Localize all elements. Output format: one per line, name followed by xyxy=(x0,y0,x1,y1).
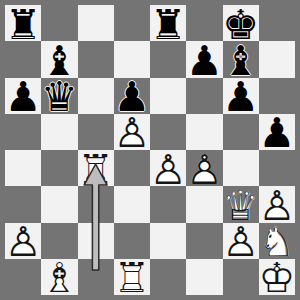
piece-black-pawn: ♟ xyxy=(186,41,223,82)
square-c6[interactable] xyxy=(78,78,114,114)
square-h1[interactable]: ♚♔ xyxy=(259,259,295,295)
square-b1[interactable]: ♝♗ xyxy=(41,259,77,295)
piece-white-pawn: ♟♙ xyxy=(114,113,151,154)
square-f5[interactable] xyxy=(186,114,222,150)
square-d1[interactable]: ♜♖ xyxy=(114,259,150,295)
square-c7[interactable] xyxy=(78,41,114,77)
square-b7[interactable]: ♝ xyxy=(41,41,77,77)
square-f7[interactable]: ♟ xyxy=(186,41,222,77)
square-g6[interactable]: ♟ xyxy=(223,78,259,114)
square-d7[interactable] xyxy=(114,41,150,77)
piece-white-pawn: ♟♙ xyxy=(5,222,42,263)
piece-white-bishop: ♝♗ xyxy=(41,258,78,299)
square-f2[interactable] xyxy=(186,223,222,259)
piece-black-pawn: ♟ xyxy=(5,77,42,118)
square-a8[interactable]: ♜ xyxy=(5,5,41,41)
square-h5[interactable]: ♟ xyxy=(259,114,295,150)
square-g4[interactable] xyxy=(223,150,259,186)
square-e8[interactable]: ♜ xyxy=(150,5,186,41)
square-g8[interactable]: ♚ xyxy=(223,5,259,41)
square-c8[interactable] xyxy=(78,5,114,41)
piece-black-rook: ♜ xyxy=(150,5,187,46)
piece-white-king: ♚♔ xyxy=(259,258,296,299)
piece-black-queen: ♛ xyxy=(41,77,78,118)
piece-white-pawn: ♟♙ xyxy=(150,150,187,191)
square-h2[interactable]: ♞♘ xyxy=(259,223,295,259)
square-h3[interactable]: ♟♙ xyxy=(259,186,295,222)
square-f4[interactable]: ♟♙ xyxy=(186,150,222,186)
square-d8[interactable] xyxy=(114,5,150,41)
piece-black-pawn: ♟ xyxy=(259,113,296,154)
square-c1[interactable] xyxy=(78,259,114,295)
square-c2[interactable] xyxy=(78,223,114,259)
square-e2[interactable] xyxy=(150,223,186,259)
square-a6[interactable]: ♟ xyxy=(5,78,41,114)
piece-white-pawn: ♟♙ xyxy=(222,222,259,263)
square-h8[interactable] xyxy=(259,5,295,41)
square-a2[interactable]: ♟♙ xyxy=(5,223,41,259)
square-c5[interactable] xyxy=(78,114,114,150)
square-b8[interactable] xyxy=(41,5,77,41)
square-e6[interactable] xyxy=(150,78,186,114)
square-c4[interactable]: ♜♖ xyxy=(78,150,114,186)
square-g3[interactable]: ♛♕ xyxy=(223,186,259,222)
chess-app-window: ♜♜♚♝♟♝♟♛♟♟♟♙♟♜♖♟♙♟♙♛♕♟♙♟♙♟♙♞♘♝♗♜♖♚♔ xyxy=(0,0,300,300)
square-d5[interactable]: ♟♙ xyxy=(114,114,150,150)
square-f1[interactable] xyxy=(186,259,222,295)
square-e4[interactable]: ♟♙ xyxy=(150,150,186,186)
piece-white-rook: ♜♖ xyxy=(77,150,114,191)
square-b4[interactable] xyxy=(41,150,77,186)
piece-black-pawn: ♟ xyxy=(222,77,259,118)
square-d2[interactable] xyxy=(114,223,150,259)
square-d3[interactable] xyxy=(114,186,150,222)
square-g2[interactable]: ♟♙ xyxy=(223,223,259,259)
square-b3[interactable] xyxy=(41,186,77,222)
square-b6[interactable]: ♛ xyxy=(41,78,77,114)
square-a4[interactable] xyxy=(5,150,41,186)
piece-white-pawn: ♟♙ xyxy=(186,150,223,191)
chess-board: ♜♜♚♝♟♝♟♛♟♟♟♙♟♜♖♟♙♟♙♛♕♟♙♟♙♟♙♞♘♝♗♜♖♚♔ xyxy=(5,5,295,295)
square-h7[interactable] xyxy=(259,41,295,77)
square-e5[interactable] xyxy=(150,114,186,150)
square-d6[interactable]: ♟ xyxy=(114,78,150,114)
square-e1[interactable] xyxy=(150,259,186,295)
square-a3[interactable] xyxy=(5,186,41,222)
square-b2[interactable] xyxy=(41,223,77,259)
piece-white-rook: ♜♖ xyxy=(114,258,151,299)
square-f8[interactable] xyxy=(186,5,222,41)
piece-black-rook: ♜ xyxy=(5,5,42,46)
square-h6[interactable] xyxy=(259,78,295,114)
square-g7[interactable]: ♝ xyxy=(223,41,259,77)
